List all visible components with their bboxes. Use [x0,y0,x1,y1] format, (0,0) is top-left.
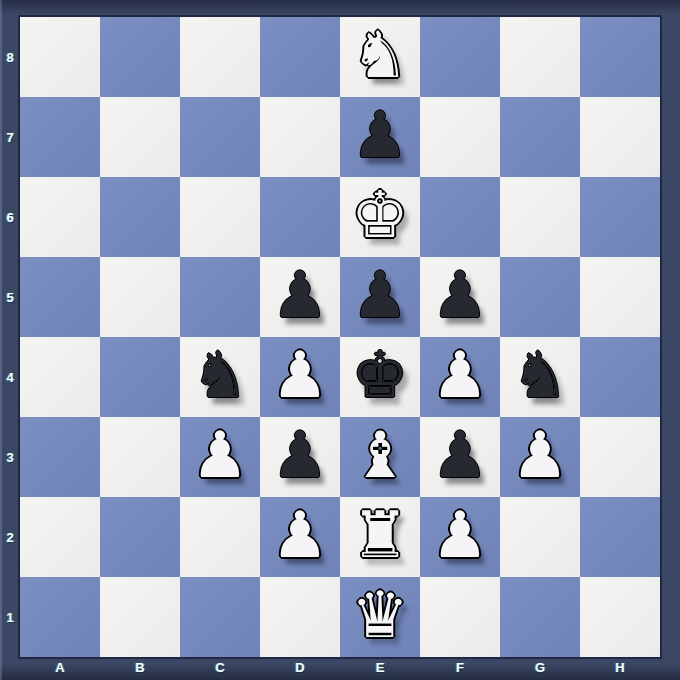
square-c3[interactable]: ♟ [180,417,260,497]
square-a4[interactable] [20,337,100,417]
square-e1[interactable]: ♛ [340,577,420,657]
square-f8[interactable] [420,17,500,97]
square-a6[interactable] [20,177,100,257]
square-a1[interactable] [20,577,100,657]
file-label-h: H [580,657,660,677]
black-knight[interactable]: ♞ [191,335,248,415]
square-f3[interactable]: ♟ [420,417,500,497]
square-f1[interactable] [420,577,500,657]
square-g5[interactable] [500,257,580,337]
square-c5[interactable] [180,257,260,337]
white-pawn[interactable]: ♟ [431,335,488,415]
white-pawn[interactable]: ♟ [271,335,328,415]
white-bishop[interactable]: ♝ [351,415,408,495]
square-c7[interactable] [180,97,260,177]
white-knight[interactable]: ♞ [351,15,408,95]
square-e5[interactable]: ♟ [340,257,420,337]
black-pawn[interactable]: ♟ [431,415,488,495]
file-label-d: D [260,657,340,677]
file-label-f: F [420,657,500,677]
square-h6[interactable] [580,177,660,257]
square-h8[interactable] [580,17,660,97]
square-a2[interactable] [20,497,100,577]
square-c4[interactable]: ♞ [180,337,260,417]
square-b1[interactable] [100,577,180,657]
file-label-a: A [20,657,100,677]
rank-label-2: 2 [0,497,20,577]
square-c6[interactable] [180,177,260,257]
black-pawn[interactable]: ♟ [271,255,328,335]
square-h2[interactable] [580,497,660,577]
chess-board: ♞♟♚♟♟♟♞♟♚♟♞♟♟♝♟♟♟♜♟♛ [20,17,660,657]
square-a5[interactable] [20,257,100,337]
rank-label-4: 4 [0,337,20,417]
square-a3[interactable] [20,417,100,497]
square-g4[interactable]: ♞ [500,337,580,417]
rank-label-6: 6 [0,177,20,257]
square-e3[interactable]: ♝ [340,417,420,497]
chess-board-frame: 87654321 ♞♟♚♟♟♟♞♟♚♟♞♟♟♝♟♟♟♜♟♛ ABCDEFGH [0,0,680,680]
square-a7[interactable] [20,97,100,177]
square-c8[interactable] [180,17,260,97]
square-c2[interactable] [180,497,260,577]
square-g1[interactable] [500,577,580,657]
black-pawn[interactable]: ♟ [351,95,408,175]
square-d6[interactable] [260,177,340,257]
rank-label-8: 8 [0,17,20,97]
square-d3[interactable]: ♟ [260,417,340,497]
white-pawn[interactable]: ♟ [511,415,568,495]
file-label-g: G [500,657,580,677]
square-e4[interactable]: ♚ [340,337,420,417]
square-b3[interactable] [100,417,180,497]
rank-label-5: 5 [0,257,20,337]
white-pawn[interactable]: ♟ [431,495,488,575]
square-g3[interactable]: ♟ [500,417,580,497]
white-pawn[interactable]: ♟ [191,415,248,495]
black-pawn[interactable]: ♟ [351,255,408,335]
square-b5[interactable] [100,257,180,337]
square-b4[interactable] [100,337,180,417]
square-d2[interactable]: ♟ [260,497,340,577]
square-g8[interactable] [500,17,580,97]
square-g6[interactable] [500,177,580,257]
square-h7[interactable] [580,97,660,177]
square-a8[interactable] [20,17,100,97]
square-f4[interactable]: ♟ [420,337,500,417]
square-f2[interactable]: ♟ [420,497,500,577]
white-queen[interactable]: ♛ [351,575,408,655]
white-king[interactable]: ♚ [351,175,408,255]
black-king[interactable]: ♚ [351,335,408,415]
square-h4[interactable] [580,337,660,417]
square-f7[interactable] [420,97,500,177]
black-pawn[interactable]: ♟ [431,255,488,335]
square-c1[interactable] [180,577,260,657]
square-d8[interactable] [260,17,340,97]
square-b2[interactable] [100,497,180,577]
file-labels: ABCDEFGH [20,657,660,677]
square-b7[interactable] [100,97,180,177]
black-knight[interactable]: ♞ [511,335,568,415]
square-h5[interactable] [580,257,660,337]
square-d5[interactable]: ♟ [260,257,340,337]
file-label-b: B [100,657,180,677]
square-e7[interactable]: ♟ [340,97,420,177]
square-h1[interactable] [580,577,660,657]
square-h3[interactable] [580,417,660,497]
square-g7[interactable] [500,97,580,177]
square-e2[interactable]: ♜ [340,497,420,577]
rank-label-1: 1 [0,577,20,657]
square-e6[interactable]: ♚ [340,177,420,257]
square-d1[interactable] [260,577,340,657]
file-label-c: C [180,657,260,677]
square-e8[interactable]: ♞ [340,17,420,97]
square-f5[interactable]: ♟ [420,257,500,337]
square-g2[interactable] [500,497,580,577]
black-pawn[interactable]: ♟ [271,415,328,495]
square-b6[interactable] [100,177,180,257]
rank-label-3: 3 [0,417,20,497]
file-label-e: E [340,657,420,677]
square-d4[interactable]: ♟ [260,337,340,417]
square-f6[interactable] [420,177,500,257]
white-rook[interactable]: ♜ [351,495,408,575]
square-d7[interactable] [260,97,340,177]
square-b8[interactable] [100,17,180,97]
rank-label-7: 7 [0,97,20,177]
rank-labels: 87654321 [0,17,20,657]
white-pawn[interactable]: ♟ [271,495,328,575]
